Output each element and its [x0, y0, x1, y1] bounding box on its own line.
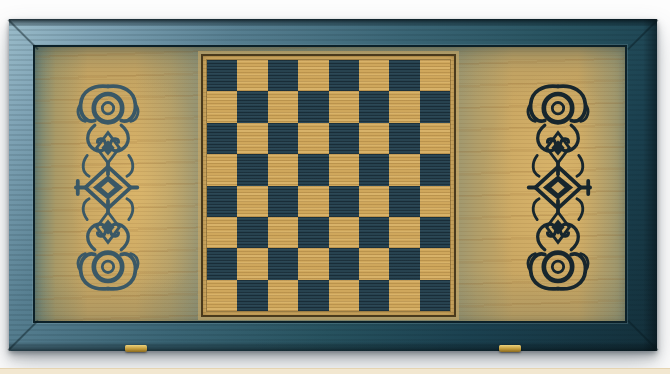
square — [298, 280, 328, 311]
square — [298, 60, 328, 91]
square — [268, 154, 298, 185]
square — [268, 186, 298, 217]
square — [420, 217, 450, 248]
chess-box — [9, 19, 657, 351]
square — [359, 91, 389, 122]
photo-stage — [0, 0, 670, 374]
square — [207, 186, 237, 217]
hinge-left — [125, 345, 147, 352]
arabesque-ornament-left — [74, 79, 142, 296]
square — [237, 60, 267, 91]
square — [207, 280, 237, 311]
square — [389, 123, 419, 154]
square — [389, 217, 419, 248]
square — [389, 248, 419, 279]
square — [389, 186, 419, 217]
square — [268, 248, 298, 279]
square — [237, 248, 267, 279]
square — [420, 123, 450, 154]
square — [329, 154, 359, 185]
square — [359, 123, 389, 154]
square — [420, 280, 450, 311]
square — [298, 217, 328, 248]
square — [237, 154, 267, 185]
square — [420, 91, 450, 122]
square — [329, 217, 359, 248]
square — [268, 123, 298, 154]
square — [420, 248, 450, 279]
square — [359, 217, 389, 248]
square — [389, 280, 419, 311]
square — [329, 60, 359, 91]
square — [359, 186, 389, 217]
oak-panel — [35, 47, 625, 321]
square — [268, 91, 298, 122]
square — [237, 217, 267, 248]
square — [359, 154, 389, 185]
square — [298, 91, 328, 122]
square — [268, 280, 298, 311]
square — [420, 60, 450, 91]
chessboard-grid — [207, 60, 450, 311]
square — [389, 91, 419, 122]
square — [237, 91, 267, 122]
square — [389, 60, 419, 91]
square — [237, 280, 267, 311]
square — [420, 186, 450, 217]
square — [329, 280, 359, 311]
square — [298, 123, 328, 154]
square — [298, 248, 328, 279]
square — [329, 248, 359, 279]
square — [329, 91, 359, 122]
square — [359, 60, 389, 91]
square — [207, 154, 237, 185]
square — [359, 280, 389, 311]
square — [329, 186, 359, 217]
hinge-right — [499, 345, 521, 352]
square — [207, 60, 237, 91]
square — [268, 217, 298, 248]
square — [207, 91, 237, 122]
square — [207, 217, 237, 248]
square — [237, 186, 267, 217]
square — [237, 123, 267, 154]
square — [207, 123, 237, 154]
square — [389, 154, 419, 185]
square — [207, 248, 237, 279]
square — [268, 60, 298, 91]
frame-top-edge — [9, 19, 657, 26]
arabesque-ornament-right — [524, 79, 592, 296]
square — [298, 186, 328, 217]
frame-right-shade — [643, 19, 657, 351]
square — [359, 248, 389, 279]
table-surface-strip — [0, 368, 670, 374]
square — [329, 123, 359, 154]
square — [298, 154, 328, 185]
square — [420, 154, 450, 185]
chessboard — [201, 54, 456, 317]
frame-bottom-edge — [9, 341, 657, 351]
